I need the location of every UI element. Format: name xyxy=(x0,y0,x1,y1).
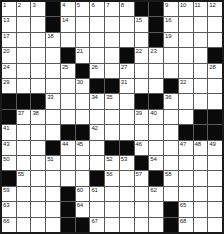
grid-cell[interactable] xyxy=(164,187,178,201)
black-cell xyxy=(2,94,16,108)
grid-cell[interactable] xyxy=(194,79,208,93)
grid-cell[interactable] xyxy=(135,202,149,216)
black-cell xyxy=(149,171,163,185)
grid-cell[interactable] xyxy=(179,110,193,124)
grid-cell[interactable] xyxy=(90,141,104,155)
grid-cell[interactable] xyxy=(61,94,75,108)
grid-cell[interactable] xyxy=(194,187,208,201)
grid-cell[interactable] xyxy=(46,48,60,62)
clue-number: 66 xyxy=(3,218,9,225)
grid-cell[interactable]: 56 xyxy=(105,171,119,185)
black-cell xyxy=(164,218,178,232)
grid-cell[interactable] xyxy=(17,218,31,232)
grid-cell[interactable] xyxy=(208,202,222,216)
grid-cell[interactable] xyxy=(61,156,75,170)
grid-cell[interactable] xyxy=(61,33,75,47)
grid-cell[interactable]: 36 xyxy=(164,94,178,108)
grid-cell[interactable] xyxy=(120,33,134,47)
grid-cell[interactable]: 22 xyxy=(135,48,149,62)
grid-cell[interactable] xyxy=(61,79,75,93)
clue-number: 35 xyxy=(106,94,112,101)
grid-cell[interactable] xyxy=(31,218,45,232)
clue-number: 30 xyxy=(77,79,83,86)
clue-number: 29 xyxy=(3,79,9,86)
black-cell xyxy=(149,2,163,16)
grid-cell[interactable] xyxy=(17,125,31,139)
grid-cell[interactable] xyxy=(31,125,45,139)
clue-number: 39 xyxy=(136,110,142,117)
clue-number: 53 xyxy=(121,156,127,163)
clue-number: 57 xyxy=(136,171,142,178)
clue-number: 60 xyxy=(77,187,83,194)
grid-cell[interactable]: 13 xyxy=(2,17,16,31)
grid-cell[interactable] xyxy=(17,17,31,31)
grid-cell[interactable] xyxy=(164,48,178,62)
grid-cell[interactable] xyxy=(149,64,163,78)
grid-cell[interactable]: 63 xyxy=(2,202,16,216)
black-cell xyxy=(135,94,149,108)
black-cell xyxy=(179,125,193,139)
grid-cell[interactable]: 5 xyxy=(76,2,90,16)
grid-cell[interactable]: 39 xyxy=(135,110,149,124)
clue-number: 4 xyxy=(62,2,65,9)
black-cell xyxy=(149,94,163,108)
clue-number: 45 xyxy=(77,141,83,148)
grid-cell[interactable]: 55 xyxy=(17,171,31,185)
grid-cell[interactable]: 41 xyxy=(2,125,16,139)
black-cell xyxy=(208,48,222,62)
grid-cell[interactable] xyxy=(120,202,134,216)
clue-number: 65 xyxy=(180,202,186,209)
clue-number: 36 xyxy=(165,94,171,101)
black-cell xyxy=(46,17,60,31)
grid-cell[interactable]: 18 xyxy=(46,33,60,47)
grid-cell[interactable] xyxy=(120,171,134,185)
grid-cell[interactable] xyxy=(46,64,60,78)
grid-cell[interactable] xyxy=(208,94,222,108)
grid-cell[interactable] xyxy=(120,125,134,139)
clue-number: 33 xyxy=(47,94,53,101)
grid-cell[interactable] xyxy=(31,187,45,201)
grid-cell[interactable] xyxy=(208,218,222,232)
grid-cell[interactable] xyxy=(135,64,149,78)
grid-cell[interactable] xyxy=(105,33,119,47)
clue-number: 43 xyxy=(3,141,9,148)
black-cell xyxy=(135,156,149,170)
grid-cell[interactable] xyxy=(17,33,31,47)
grid-cell[interactable]: 23 xyxy=(149,48,163,62)
grid-cell[interactable] xyxy=(90,202,104,216)
black-cell xyxy=(46,2,60,16)
grid-cell[interactable] xyxy=(120,218,134,232)
black-cell xyxy=(61,48,75,62)
grid-cell[interactable] xyxy=(76,156,90,170)
clue-number: 24 xyxy=(3,64,9,71)
grid-cell[interactable]: 59 xyxy=(2,187,16,201)
clue-number: 34 xyxy=(91,94,97,101)
grid-cell[interactable] xyxy=(164,156,178,170)
black-cell xyxy=(46,141,60,155)
grid-cell[interactable] xyxy=(17,202,31,216)
grid-cell[interactable] xyxy=(105,48,119,62)
black-cell xyxy=(208,110,222,124)
grid-cell[interactable] xyxy=(61,171,75,185)
clue-number: 40 xyxy=(150,110,156,117)
clue-number: 38 xyxy=(32,110,38,117)
grid-cell[interactable] xyxy=(164,125,178,139)
grid-cell[interactable] xyxy=(135,187,149,201)
clue-number: 46 xyxy=(136,141,142,148)
grid-cell[interactable] xyxy=(46,125,60,139)
clue-number: 67 xyxy=(91,218,97,225)
grid-cell[interactable] xyxy=(90,33,104,47)
clue-number: 52 xyxy=(106,156,112,163)
grid-cell[interactable]: 57 xyxy=(135,171,149,185)
clue-number: 8 xyxy=(121,2,124,9)
clue-number: 44 xyxy=(62,141,68,148)
grid-cell[interactable] xyxy=(194,94,208,108)
grid-cell[interactable]: 32 xyxy=(179,79,193,93)
clue-number: 31 xyxy=(121,79,127,86)
grid-cell[interactable] xyxy=(194,64,208,78)
grid-cell[interactable] xyxy=(31,48,45,62)
grid-cell[interactable] xyxy=(179,17,193,31)
grid-cell[interactable] xyxy=(17,141,31,155)
grid-cell[interactable]: 10 xyxy=(179,2,193,16)
clue-number: 18 xyxy=(47,33,53,40)
black-cell xyxy=(61,202,75,216)
grid-cell[interactable] xyxy=(76,33,90,47)
grid-cell[interactable] xyxy=(208,156,222,170)
grid-cell[interactable] xyxy=(149,218,163,232)
grid-cell[interactable] xyxy=(208,17,222,31)
clue-number: 17 xyxy=(3,33,9,40)
black-cell xyxy=(61,125,75,139)
black-cell xyxy=(149,33,163,47)
grid-cell[interactable] xyxy=(17,156,31,170)
grid-cell[interactable]: 12 xyxy=(208,2,222,16)
black-cell xyxy=(61,218,75,232)
grid-cell[interactable] xyxy=(194,17,208,31)
grid-cell[interactable] xyxy=(179,48,193,62)
grid-cell[interactable] xyxy=(61,110,75,124)
black-cell xyxy=(90,171,104,185)
grid-cell[interactable]: 15 xyxy=(135,17,149,31)
grid-cell[interactable] xyxy=(164,64,178,78)
clue-number: 55 xyxy=(18,171,24,178)
grid-cell[interactable]: 9 xyxy=(164,2,178,16)
black-cell xyxy=(164,202,178,216)
grid-cell[interactable]: 48 xyxy=(194,141,208,155)
grid-cell[interactable] xyxy=(164,141,178,155)
grid-cell[interactable] xyxy=(76,171,90,185)
grid-cell[interactable]: 35 xyxy=(105,94,119,108)
clue-number: 19 xyxy=(165,33,171,40)
grid-cell[interactable] xyxy=(105,17,119,31)
grid-cell[interactable] xyxy=(90,48,104,62)
clue-number: 3 xyxy=(32,2,35,9)
grid-cell[interactable] xyxy=(179,156,193,170)
black-cell xyxy=(2,171,16,185)
grid-cell[interactable] xyxy=(17,187,31,201)
clue-number: 15 xyxy=(136,17,142,24)
clue-number: 56 xyxy=(106,171,112,178)
grid-cell[interactable]: 11 xyxy=(194,2,208,16)
grid-cell[interactable]: 64 xyxy=(76,202,90,216)
clue-number: 59 xyxy=(3,187,9,194)
grid-cell[interactable] xyxy=(46,171,60,185)
black-cell xyxy=(31,94,45,108)
grid-cell[interactable]: 42 xyxy=(90,125,104,139)
clue-number: 21 xyxy=(77,48,83,55)
grid-cell[interactable]: 61 xyxy=(90,187,104,201)
clue-number: 23 xyxy=(150,48,156,55)
grid-cell[interactable]: 7 xyxy=(105,2,119,16)
grid-cell[interactable] xyxy=(31,171,45,185)
grid-cell[interactable]: 24 xyxy=(2,64,16,78)
grid-cell[interactable] xyxy=(31,156,45,170)
grid-cell[interactable]: 34 xyxy=(90,94,104,108)
grid-cell[interactable] xyxy=(135,33,149,47)
grid-cell[interactable] xyxy=(46,79,60,93)
grid-cell[interactable] xyxy=(31,79,45,93)
grid-cell[interactable]: 3 xyxy=(31,2,45,16)
black-cell xyxy=(76,125,90,139)
grid-cell[interactable]: 19 xyxy=(164,33,178,47)
clue-number: 51 xyxy=(47,156,53,163)
grid-cell[interactable] xyxy=(120,187,134,201)
grid-cell[interactable]: 27 xyxy=(120,64,134,78)
grid-cell[interactable] xyxy=(105,202,119,216)
grid-cell[interactable] xyxy=(135,218,149,232)
grid-cell[interactable]: 66 xyxy=(2,218,16,232)
clue-number: 32 xyxy=(180,79,186,86)
black-cell xyxy=(194,110,208,124)
grid-cell[interactable] xyxy=(149,79,163,93)
grid-cell[interactable]: 49 xyxy=(208,141,222,155)
clue-number: 2 xyxy=(18,2,21,9)
grid-cell[interactable]: 65 xyxy=(179,202,193,216)
grid-cell[interactable] xyxy=(135,125,149,139)
grid-cell[interactable] xyxy=(179,94,193,108)
grid-cell[interactable] xyxy=(76,110,90,124)
grid-cell[interactable] xyxy=(46,218,60,232)
grid-cell[interactable]: 58 xyxy=(164,171,178,185)
clue-number: 11 xyxy=(195,2,201,9)
clue-number: 5 xyxy=(77,2,80,9)
grid-cell[interactable]: 37 xyxy=(17,110,31,124)
clue-number: 9 xyxy=(165,2,168,9)
grid-cell[interactable] xyxy=(179,64,193,78)
grid-cell[interactable]: 60 xyxy=(76,187,90,201)
grid-cell[interactable] xyxy=(90,17,104,31)
clue-number: 16 xyxy=(165,17,171,24)
grid-cell[interactable] xyxy=(120,110,134,124)
clue-number: 1 xyxy=(3,2,6,9)
grid-cell[interactable] xyxy=(120,17,134,31)
grid-cell[interactable]: 40 xyxy=(149,110,163,124)
clue-number: 25 xyxy=(62,64,68,71)
grid-cell[interactable]: 51 xyxy=(46,156,60,170)
grid-cell[interactable] xyxy=(76,17,90,31)
grid-cell[interactable] xyxy=(149,202,163,216)
grid-cell[interactable]: 1 xyxy=(2,2,16,16)
grid-cell[interactable]: 46 xyxy=(135,141,149,155)
grid-cell[interactable] xyxy=(105,110,119,124)
grid-cell[interactable] xyxy=(17,79,31,93)
black-cell xyxy=(90,79,104,93)
grid-cell[interactable] xyxy=(46,110,60,124)
clue-number: 10 xyxy=(180,2,186,9)
black-cell xyxy=(105,79,119,93)
grid-cell[interactable] xyxy=(90,110,104,124)
black-cell xyxy=(120,141,134,155)
grid-cell[interactable] xyxy=(194,171,208,185)
grid-cell[interactable]: 47 xyxy=(179,141,193,155)
clue-number: 64 xyxy=(77,202,83,209)
clue-number: 49 xyxy=(209,141,215,148)
black-cell xyxy=(149,17,163,31)
grid-cell[interactable]: 29 xyxy=(2,79,16,93)
black-cell xyxy=(135,2,149,16)
grid-cell[interactable] xyxy=(105,125,119,139)
grid-cell[interactable] xyxy=(194,48,208,62)
black-cell xyxy=(208,125,222,139)
clue-number: 61 xyxy=(91,187,97,194)
clue-number: 62 xyxy=(150,187,156,194)
clue-number: 47 xyxy=(180,141,186,148)
grid-cell[interactable] xyxy=(31,64,45,78)
clue-number: 48 xyxy=(195,141,201,148)
grid-cell[interactable]: 28 xyxy=(208,64,222,78)
grid-cell[interactable]: 43 xyxy=(2,141,16,155)
black-cell xyxy=(120,48,134,62)
grid-cell[interactable] xyxy=(194,202,208,216)
grid-cell[interactable] xyxy=(194,218,208,232)
black-cell xyxy=(2,110,16,124)
grid-cell[interactable]: 20 xyxy=(2,48,16,62)
grid-cell[interactable] xyxy=(208,33,222,47)
grid-cell[interactable]: 44 xyxy=(61,141,75,155)
grid-cell[interactable] xyxy=(135,79,149,93)
black-cell xyxy=(61,187,75,201)
grid-cell[interactable] xyxy=(17,64,31,78)
clue-number: 26 xyxy=(91,64,97,71)
grid-cell[interactable]: 30 xyxy=(76,79,90,93)
clue-number: 41 xyxy=(3,125,9,132)
grid-cell[interactable]: 16 xyxy=(164,17,178,31)
grid-cell[interactable] xyxy=(31,141,45,155)
clue-number: 28 xyxy=(209,64,215,71)
black-cell xyxy=(164,79,178,93)
grid-cell[interactable]: 25 xyxy=(61,64,75,78)
clue-number: 6 xyxy=(91,2,94,9)
grid-cell[interactable]: 53 xyxy=(120,156,134,170)
grid-cell[interactable] xyxy=(105,64,119,78)
clue-number: 14 xyxy=(62,17,68,24)
grid-cell[interactable]: 45 xyxy=(76,141,90,155)
grid-cell[interactable]: 50 xyxy=(2,156,16,170)
grid-cell[interactable] xyxy=(208,171,222,185)
grid-cell[interactable] xyxy=(179,171,193,185)
grid-cell[interactable]: 8 xyxy=(120,2,134,16)
black-cell xyxy=(194,125,208,139)
grid-cell[interactable]: 54 xyxy=(149,156,163,170)
clue-number: 54 xyxy=(150,156,156,163)
clue-number: 22 xyxy=(136,48,142,55)
clue-number: 20 xyxy=(3,48,9,55)
grid-cell[interactable] xyxy=(194,33,208,47)
grid-cell[interactable] xyxy=(164,110,178,124)
grid-cell[interactable] xyxy=(46,202,60,216)
clue-number: 13 xyxy=(3,17,9,24)
black-cell xyxy=(105,141,119,155)
grid-cell[interactable]: 6 xyxy=(90,2,104,16)
grid-cell[interactable] xyxy=(105,187,119,201)
grid-cell[interactable] xyxy=(90,156,104,170)
clue-number: 63 xyxy=(3,202,9,209)
grid-cell[interactable] xyxy=(76,94,90,108)
grid-cell[interactable] xyxy=(149,141,163,155)
grid-cell[interactable] xyxy=(31,17,45,31)
clue-number: 42 xyxy=(91,125,97,132)
grid-cell[interactable]: 4 xyxy=(61,2,75,16)
grid-cell[interactable] xyxy=(17,48,31,62)
crossword-grid: 1234567891011121314151617181920212223242… xyxy=(0,0,224,234)
clue-number: 12 xyxy=(209,2,215,9)
clue-number: 68 xyxy=(180,218,186,225)
grid-cell[interactable] xyxy=(31,33,45,47)
grid-cell[interactable]: 2 xyxy=(17,2,31,16)
grid-cell[interactable]: 62 xyxy=(149,187,163,201)
grid-cell[interactable] xyxy=(46,187,60,201)
clue-number: 50 xyxy=(3,156,9,163)
clue-number: 27 xyxy=(121,64,127,71)
grid-cell[interactable] xyxy=(208,79,222,93)
grid-cell[interactable]: 26 xyxy=(90,64,104,78)
grid-cell[interactable] xyxy=(105,218,119,232)
clue-number: 37 xyxy=(18,110,24,117)
grid-cell[interactable]: 68 xyxy=(179,218,193,232)
clue-number: 7 xyxy=(106,2,109,9)
clue-number: 58 xyxy=(165,171,171,178)
grid-cell[interactable] xyxy=(179,33,193,47)
black-cell xyxy=(76,64,90,78)
grid-cell[interactable]: 67 xyxy=(90,218,104,232)
grid-cell[interactable] xyxy=(208,187,222,201)
grid-cell[interactable]: 21 xyxy=(76,48,90,62)
grid-cell[interactable] xyxy=(120,94,134,108)
grid-cell[interactable]: 33 xyxy=(46,94,60,108)
black-cell xyxy=(76,218,90,232)
grid-cell[interactable]: 31 xyxy=(120,79,134,93)
grid-cell[interactable]: 14 xyxy=(61,17,75,31)
grid-cell[interactable] xyxy=(194,156,208,170)
grid-cell[interactable] xyxy=(31,202,45,216)
grid-cell[interactable]: 38 xyxy=(31,110,45,124)
grid-cell[interactable]: 52 xyxy=(105,156,119,170)
grid-cell[interactable] xyxy=(149,125,163,139)
grid-cell[interactable] xyxy=(179,187,193,201)
grid-cell[interactable]: 17 xyxy=(2,33,16,47)
black-cell xyxy=(17,94,31,108)
